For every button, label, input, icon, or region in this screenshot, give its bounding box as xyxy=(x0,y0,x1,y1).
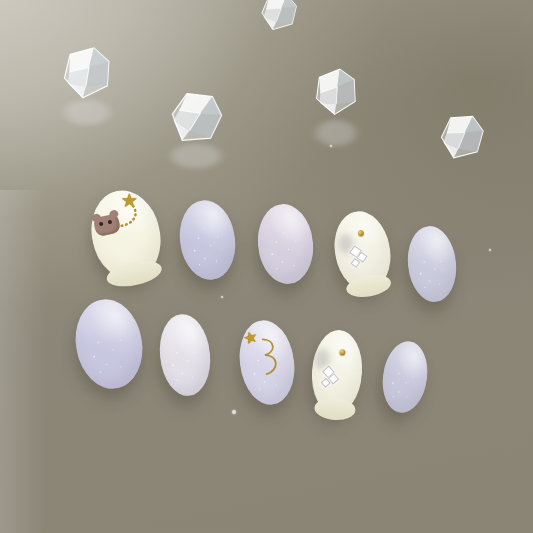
crystal-reflection xyxy=(64,100,109,125)
nail-art-bear: ★ xyxy=(83,184,168,286)
crystal-gem-cluster xyxy=(321,366,341,391)
nail-shimmer-lavender xyxy=(69,294,150,394)
gold-squiggle-decal xyxy=(250,334,286,382)
nail-shimmer-pink-white xyxy=(254,201,317,286)
gold-bead-decal xyxy=(357,230,364,237)
nail-shimmer-lavender xyxy=(378,338,432,415)
nail-shimmer-lavender xyxy=(175,197,241,284)
crystal-reflection xyxy=(316,120,356,146)
dust-speck xyxy=(232,410,236,414)
acrylic-crystal xyxy=(258,0,300,32)
bear-eye xyxy=(99,222,104,227)
nail-art-star-moon: ★ xyxy=(234,317,299,409)
nail-photo-stage: ★ ★ xyxy=(0,0,533,533)
crystal-reflection xyxy=(171,144,221,168)
bear-eye xyxy=(108,220,113,225)
acrylic-crystal xyxy=(312,62,360,122)
dust-speck xyxy=(330,145,332,147)
acrylic-crystal xyxy=(60,44,114,102)
nail-shimmer-lavender xyxy=(404,224,460,305)
acrylic-crystal xyxy=(166,90,226,146)
dust-speck xyxy=(489,249,491,251)
acrylic-crystal xyxy=(438,106,486,168)
nail-art-bead-gem xyxy=(328,207,396,295)
gold-star-decal: ★ xyxy=(121,191,138,210)
nail-art-bead-gem xyxy=(309,328,365,415)
gold-bead-decal xyxy=(339,349,345,355)
dust-speck xyxy=(221,296,223,298)
crystal-gem-cluster xyxy=(348,244,370,271)
nail-shimmer-white xyxy=(156,312,214,399)
